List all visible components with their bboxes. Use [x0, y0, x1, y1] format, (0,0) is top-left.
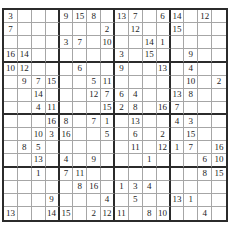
cell-r14c13[interactable]	[171, 181, 185, 194]
cell-r10c11[interactable]	[143, 128, 157, 141]
cell-r9c15[interactable]	[198, 115, 212, 128]
cell-r4c15[interactable]	[198, 49, 212, 62]
cell-r11c12[interactable]: 12	[157, 141, 171, 154]
cell-r13c10[interactable]	[129, 168, 143, 181]
cell-r4c2[interactable]: 14	[18, 49, 32, 62]
cell-r6c8[interactable]: 11	[101, 76, 115, 89]
cell-r6c3[interactable]: 7	[32, 76, 46, 89]
cell-r10c6[interactable]	[73, 128, 87, 141]
cell-r11c6[interactable]	[73, 141, 87, 154]
cell-r1c4[interactable]	[46, 10, 60, 23]
sudoku-board: 3915813761412721215371014116143159101269…	[2, 8, 228, 222]
cell-r2c6[interactable]	[73, 23, 87, 36]
cell-r15c16[interactable]	[212, 194, 226, 207]
cell-r13c11[interactable]	[143, 168, 157, 181]
cell-r10c9[interactable]	[115, 128, 129, 141]
cell-r3c8[interactable]: 10	[101, 36, 115, 49]
cell-r10c15[interactable]	[198, 128, 212, 141]
cell-r12c10[interactable]	[129, 154, 143, 167]
cell-r15c13[interactable]: 13	[171, 194, 185, 207]
cell-r3c7[interactable]	[87, 36, 101, 49]
cell-r9c4[interactable]: 16	[46, 115, 60, 128]
cell-r8c13[interactable]: 7	[171, 102, 185, 115]
cell-r9c6[interactable]	[73, 115, 87, 128]
cell-r9c1[interactable]	[4, 115, 18, 128]
cell-r12c12[interactable]	[157, 154, 171, 167]
cell-r2c16[interactable]	[212, 23, 226, 36]
cell-r15c12[interactable]	[157, 194, 171, 207]
cell-r13c8[interactable]	[101, 168, 115, 181]
cell-r9c5[interactable]: 8	[60, 115, 74, 128]
cell-r7c5[interactable]	[60, 89, 74, 102]
cell-r16c4[interactable]: 14	[46, 207, 60, 220]
cell-r1c5[interactable]: 9	[60, 10, 74, 23]
cell-r1c7[interactable]: 8	[87, 10, 101, 23]
cell-r1c15[interactable]: 12	[198, 10, 212, 23]
cell-r9c16[interactable]	[212, 115, 226, 128]
cell-r6c10[interactable]	[129, 76, 143, 89]
cell-r1c13[interactable]: 14	[171, 10, 185, 23]
cell-r4c12[interactable]	[157, 49, 171, 62]
cell-r12c9[interactable]	[115, 154, 129, 167]
cell-r14c10[interactable]: 3	[129, 181, 143, 194]
cell-r14c4[interactable]	[46, 181, 60, 194]
cell-r2c14[interactable]	[184, 23, 198, 36]
cell-r11c8[interactable]	[101, 141, 115, 154]
cell-r7c12[interactable]	[157, 89, 171, 102]
cell-r15c1[interactable]	[4, 194, 18, 207]
cell-r7c13[interactable]: 13	[171, 89, 185, 102]
cell-r1c16[interactable]	[212, 10, 226, 23]
cell-r9c14[interactable]: 3	[184, 115, 198, 128]
cell-r9c11[interactable]	[143, 115, 157, 128]
cell-r12c16[interactable]: 10	[212, 154, 226, 167]
cell-r6c4[interactable]: 15	[46, 76, 60, 89]
cell-r6c14[interactable]: 10	[184, 76, 198, 89]
cell-r4c5[interactable]	[60, 49, 74, 62]
cell-r1c12[interactable]: 6	[157, 10, 171, 23]
cell-r5c3[interactable]	[32, 63, 46, 76]
cell-r1c1[interactable]: 3	[4, 10, 18, 23]
cell-r10c8[interactable]: 5	[101, 128, 115, 141]
cell-r12c8[interactable]	[101, 154, 115, 167]
cell-r15c14[interactable]: 1	[184, 194, 198, 207]
cell-r8c4[interactable]: 11	[46, 102, 60, 115]
cell-r2c4[interactable]	[46, 23, 60, 36]
cell-r3c12[interactable]: 1	[157, 36, 171, 49]
cell-r4c11[interactable]: 15	[143, 49, 157, 62]
cell-r11c15[interactable]	[198, 141, 212, 154]
cell-r10c10[interactable]: 6	[129, 128, 143, 141]
cell-r13c3[interactable]: 1	[32, 168, 46, 181]
cell-r16c1[interactable]: 13	[4, 207, 18, 220]
cell-r13c7[interactable]	[87, 168, 101, 181]
cell-r4c7[interactable]	[87, 49, 101, 62]
cell-r13c16[interactable]: 15	[212, 168, 226, 181]
cell-r13c5[interactable]: 7	[60, 168, 74, 181]
cell-r6c12[interactable]	[157, 76, 171, 89]
cell-r6c2[interactable]: 9	[18, 76, 32, 89]
cell-r14c14[interactable]	[184, 181, 198, 194]
cell-r4c13[interactable]	[171, 49, 185, 62]
cell-r11c11[interactable]	[143, 141, 157, 154]
cell-r3c2[interactable]	[18, 36, 32, 49]
cell-r10c16[interactable]	[212, 128, 226, 141]
cell-r12c13[interactable]	[171, 154, 185, 167]
cell-r16c14[interactable]	[184, 207, 198, 220]
cell-r12c11[interactable]: 1	[143, 154, 157, 167]
cell-r9c12[interactable]	[157, 115, 171, 128]
cell-r11c2[interactable]: 8	[18, 141, 32, 154]
cell-r9c9[interactable]	[115, 115, 129, 128]
cell-r12c2[interactable]	[18, 154, 32, 167]
cell-r4c3[interactable]	[32, 49, 46, 62]
cell-r12c7[interactable]: 9	[87, 154, 101, 167]
cell-r15c4[interactable]: 9	[46, 194, 60, 207]
cell-r7c2[interactable]	[18, 89, 32, 102]
cell-r4c10[interactable]	[129, 49, 143, 62]
cell-r11c14[interactable]: 7	[184, 141, 198, 154]
cell-r10c14[interactable]: 15	[184, 128, 198, 141]
cell-r9c3[interactable]	[32, 115, 46, 128]
cell-r16c9[interactable]: 11	[115, 207, 129, 220]
cell-r15c9[interactable]	[115, 194, 129, 207]
cell-r7c14[interactable]: 8	[184, 89, 198, 102]
cell-r14c5[interactable]	[60, 181, 74, 194]
cell-r8c9[interactable]: 2	[115, 102, 129, 115]
cell-r12c1[interactable]	[4, 154, 18, 167]
cell-r3c3[interactable]	[32, 36, 46, 49]
cell-r10c3[interactable]: 10	[32, 128, 46, 141]
cell-r6c15[interactable]	[198, 76, 212, 89]
cell-r8c15[interactable]	[198, 102, 212, 115]
cell-r5c15[interactable]	[198, 63, 212, 76]
cell-r9c13[interactable]: 4	[171, 115, 185, 128]
cell-r14c6[interactable]: 8	[73, 181, 87, 194]
cell-r7c4[interactable]	[46, 89, 60, 102]
cell-r10c1[interactable]	[4, 128, 18, 141]
cell-r16c7[interactable]: 2	[87, 207, 101, 220]
cell-r5c5[interactable]	[60, 63, 74, 76]
cell-r8c7[interactable]	[87, 102, 101, 115]
cell-r5c14[interactable]: 4	[184, 63, 198, 76]
cell-r9c10[interactable]: 13	[129, 115, 143, 128]
cell-r16c3[interactable]	[32, 207, 46, 220]
cell-r12c4[interactable]	[46, 154, 60, 167]
cell-r5c8[interactable]	[101, 63, 115, 76]
cell-r4c9[interactable]: 3	[115, 49, 129, 62]
cell-r16c11[interactable]: 8	[143, 207, 157, 220]
cell-r7c15[interactable]	[198, 89, 212, 102]
cell-r7c8[interactable]: 7	[101, 89, 115, 102]
cell-r5c4[interactable]	[46, 63, 60, 76]
cell-r11c9[interactable]	[115, 141, 129, 154]
cell-r15c5[interactable]	[60, 194, 74, 207]
cell-r6c7[interactable]: 5	[87, 76, 101, 89]
cell-r16c13[interactable]	[171, 207, 185, 220]
cell-r15c8[interactable]: 4	[101, 194, 115, 207]
cell-r3c14[interactable]	[184, 36, 198, 49]
cell-r9c2[interactable]	[18, 115, 32, 128]
cell-r14c3[interactable]	[32, 181, 46, 194]
cell-r6c5[interactable]	[60, 76, 74, 89]
cell-r4c14[interactable]: 9	[184, 49, 198, 62]
cell-r8c14[interactable]	[184, 102, 198, 115]
cell-r15c2[interactable]	[18, 194, 32, 207]
cell-r1c8[interactable]	[101, 10, 115, 23]
cell-r14c12[interactable]	[157, 181, 171, 194]
cell-r5c7[interactable]	[87, 63, 101, 76]
cell-r7c1[interactable]	[4, 89, 18, 102]
cell-r2c1[interactable]: 7	[4, 23, 18, 36]
cell-r14c15[interactable]	[198, 181, 212, 194]
cell-r10c2[interactable]	[18, 128, 32, 141]
cell-r8c5[interactable]	[60, 102, 74, 115]
cell-r2c3[interactable]	[32, 23, 46, 36]
cell-r10c13[interactable]	[171, 128, 185, 141]
cell-r16c2[interactable]	[18, 207, 32, 220]
cell-r3c13[interactable]	[171, 36, 185, 49]
cell-r6c6[interactable]	[73, 76, 87, 89]
cell-r13c13[interactable]	[171, 168, 185, 181]
cell-r13c4[interactable]	[46, 168, 60, 181]
cell-r6c16[interactable]: 2	[212, 76, 226, 89]
cell-r6c13[interactable]	[171, 76, 185, 89]
cell-r12c3[interactable]: 13	[32, 154, 46, 167]
cell-r3c15[interactable]	[198, 36, 212, 49]
cell-r8c3[interactable]: 4	[32, 102, 46, 115]
cell-r5c6[interactable]: 6	[73, 63, 87, 76]
cell-r14c11[interactable]: 4	[143, 181, 157, 194]
cell-r13c1[interactable]	[4, 168, 18, 181]
cell-r11c10[interactable]: 11	[129, 141, 143, 154]
cell-r9c8[interactable]: 1	[101, 115, 115, 128]
cell-r11c1[interactable]	[4, 141, 18, 154]
cell-r14c1[interactable]	[4, 181, 18, 194]
cell-r4c6[interactable]	[73, 49, 87, 62]
cell-r3c10[interactable]	[129, 36, 143, 49]
cell-r1c6[interactable]: 15	[73, 10, 87, 23]
cell-r1c10[interactable]: 7	[129, 10, 143, 23]
cell-r10c7[interactable]	[87, 128, 101, 141]
cell-r14c16[interactable]	[212, 181, 226, 194]
cell-r15c11[interactable]	[143, 194, 157, 207]
cell-r1c9[interactable]: 13	[115, 10, 129, 23]
cell-r1c14[interactable]	[184, 10, 198, 23]
cell-r5c11[interactable]	[143, 63, 157, 76]
cell-r15c6[interactable]	[73, 194, 87, 207]
cell-r2c5[interactable]	[60, 23, 74, 36]
cell-r14c8[interactable]	[101, 181, 115, 194]
cell-r8c6[interactable]	[73, 102, 87, 115]
cell-r11c3[interactable]: 5	[32, 141, 46, 154]
cell-r15c10[interactable]: 5	[129, 194, 143, 207]
cell-r13c15[interactable]: 8	[198, 168, 212, 181]
cell-r8c8[interactable]: 15	[101, 102, 115, 115]
cell-r8c1[interactable]	[4, 102, 18, 115]
cell-r16c8[interactable]: 12	[101, 207, 115, 220]
cell-r7c6[interactable]	[73, 89, 87, 102]
cell-r8c2[interactable]	[18, 102, 32, 115]
cell-r1c2[interactable]	[18, 10, 32, 23]
cell-r14c2[interactable]	[18, 181, 32, 194]
cell-r2c11[interactable]	[143, 23, 157, 36]
cell-r13c9[interactable]	[115, 168, 129, 181]
cell-r7c10[interactable]: 4	[129, 89, 143, 102]
cell-r13c6[interactable]: 11	[73, 168, 87, 181]
cell-r5c10[interactable]	[129, 63, 143, 76]
cell-r8c16[interactable]	[212, 102, 226, 115]
cell-r8c10[interactable]: 8	[129, 102, 143, 115]
cell-r16c15[interactable]: 4	[198, 207, 212, 220]
cell-r5c2[interactable]: 12	[18, 63, 32, 76]
cell-r11c7[interactable]	[87, 141, 101, 154]
cell-r16c6[interactable]	[73, 207, 87, 220]
cell-r16c5[interactable]: 15	[60, 207, 74, 220]
cell-r3c4[interactable]	[46, 36, 60, 49]
cell-r4c1[interactable]: 16	[4, 49, 18, 62]
cell-r1c3[interactable]	[32, 10, 46, 23]
cell-r2c9[interactable]	[115, 23, 129, 36]
cell-r1c11[interactable]	[143, 10, 157, 23]
cell-r12c15[interactable]: 6	[198, 154, 212, 167]
cell-r6c9[interactable]	[115, 76, 129, 89]
cell-r11c4[interactable]	[46, 141, 60, 154]
cell-r13c14[interactable]	[184, 168, 198, 181]
cell-r16c10[interactable]	[129, 207, 143, 220]
cell-r5c16[interactable]	[212, 63, 226, 76]
cell-r4c8[interactable]	[101, 49, 115, 62]
cell-r12c14[interactable]	[184, 154, 198, 167]
cell-r12c6[interactable]	[73, 154, 87, 167]
cell-r11c13[interactable]: 1	[171, 141, 185, 154]
cell-r5c13[interactable]	[171, 63, 185, 76]
cell-r14c9[interactable]: 1	[115, 181, 129, 194]
cell-r3c1[interactable]	[4, 36, 18, 49]
cell-r7c7[interactable]: 12	[87, 89, 101, 102]
cell-r10c12[interactable]: 2	[157, 128, 171, 141]
cell-r14c7[interactable]: 16	[87, 181, 101, 194]
cell-r6c11[interactable]	[143, 76, 157, 89]
cell-r8c12[interactable]: 16	[157, 102, 171, 115]
cell-r2c13[interactable]: 15	[171, 23, 185, 36]
cell-r2c7[interactable]	[87, 23, 101, 36]
cell-r10c5[interactable]: 16	[60, 128, 74, 141]
cell-r10c4[interactable]: 3	[46, 128, 60, 141]
cell-r3c16[interactable]	[212, 36, 226, 49]
cell-r12c5[interactable]: 4	[60, 154, 74, 167]
cell-r5c12[interactable]: 13	[157, 63, 171, 76]
cell-r5c1[interactable]: 10	[4, 63, 18, 76]
cell-r3c9[interactable]	[115, 36, 129, 49]
cell-r3c6[interactable]: 7	[73, 36, 87, 49]
cell-r2c10[interactable]: 12	[129, 23, 143, 36]
cell-r3c5[interactable]: 3	[60, 36, 74, 49]
cell-r15c15[interactable]	[198, 194, 212, 207]
cell-r2c2[interactable]	[18, 23, 32, 36]
cell-r9c7[interactable]: 7	[87, 115, 101, 128]
cell-r5c9[interactable]: 9	[115, 63, 129, 76]
cell-r11c16[interactable]: 16	[212, 141, 226, 154]
cell-r15c3[interactable]	[32, 194, 46, 207]
cell-r3c11[interactable]: 14	[143, 36, 157, 49]
cell-r7c9[interactable]: 6	[115, 89, 129, 102]
cell-r2c12[interactable]	[157, 23, 171, 36]
cell-r7c16[interactable]	[212, 89, 226, 102]
cell-r4c4[interactable]	[46, 49, 60, 62]
cell-r2c8[interactable]: 2	[101, 23, 115, 36]
cell-r6c1[interactable]	[4, 76, 18, 89]
cell-r15c7[interactable]	[87, 194, 101, 207]
cell-r7c11[interactable]	[143, 89, 157, 102]
cell-r7c3[interactable]: 14	[32, 89, 46, 102]
cell-r16c12[interactable]: 10	[157, 207, 171, 220]
cell-r2c15[interactable]	[198, 23, 212, 36]
cell-r8c11[interactable]	[143, 102, 157, 115]
cell-r13c12[interactable]	[157, 168, 171, 181]
cell-r11c5[interactable]	[60, 141, 74, 154]
cell-r13c2[interactable]	[18, 168, 32, 181]
cell-r16c16[interactable]	[212, 207, 226, 220]
cell-r4c16[interactable]	[212, 49, 226, 62]
